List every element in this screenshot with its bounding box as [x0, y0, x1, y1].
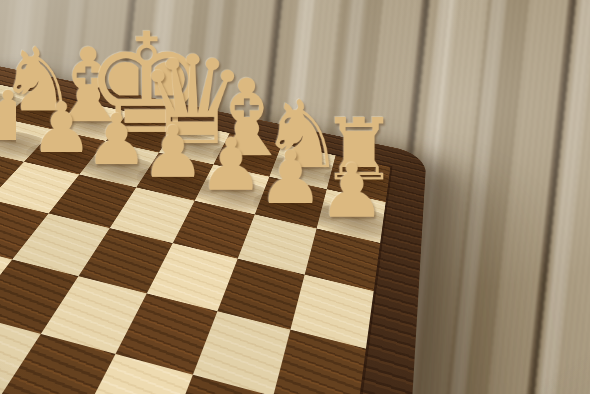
square-f5 — [0, 243, 12, 314]
square-d4 — [78, 228, 172, 293]
square-a4 — [290, 275, 373, 349]
square-e5 — [0, 259, 78, 333]
photo-chessboard-scene: ♟♟♟♟♟♟♟♟♜♞♝♛♚♝♞♜ — [0, 0, 590, 394]
square-e4 — [12, 213, 110, 276]
square-c5 — [115, 293, 217, 374]
square-d6 — [0, 334, 115, 394]
square-f4 — [0, 199, 49, 259]
square-c6 — [77, 354, 193, 394]
square-e6 — [0, 315, 41, 394]
chessboard: ♟♟♟♟♟♟♟♟♜♞♝♛♚♝♞♜ — [0, 62, 427, 394]
square-a5 — [273, 330, 366, 394]
square-b5 — [193, 311, 291, 394]
square-b4 — [217, 259, 304, 330]
square-b6 — [163, 375, 273, 394]
square-c4 — [147, 243, 238, 311]
square-d5 — [41, 276, 147, 354]
